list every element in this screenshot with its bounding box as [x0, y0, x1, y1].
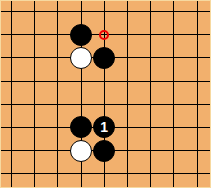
board-point[interactable]	[185, 69, 208, 92]
board-point[interactable]	[162, 23, 185, 46]
black-stone	[93, 47, 115, 69]
move-number-label: 1	[100, 120, 108, 135]
board-point[interactable]	[139, 0, 162, 23]
board-point[interactable]	[162, 0, 185, 23]
board-point[interactable]	[185, 116, 208, 139]
board-point[interactable]	[116, 46, 139, 69]
board-point[interactable]	[139, 116, 162, 139]
board-point[interactable]	[162, 69, 185, 92]
white-stone	[70, 140, 92, 162]
board-point[interactable]	[93, 69, 116, 92]
board-point[interactable]	[93, 23, 116, 46]
board-point[interactable]	[69, 23, 92, 46]
board-point[interactable]	[116, 0, 139, 23]
board-point[interactable]	[162, 93, 185, 116]
board-point[interactable]	[185, 46, 208, 69]
board-point[interactable]	[0, 23, 23, 46]
board-point[interactable]	[46, 116, 69, 139]
board-point[interactable]	[23, 23, 46, 46]
board-point[interactable]	[0, 46, 23, 69]
board-point[interactable]	[93, 139, 116, 162]
red-circle-marker-icon	[99, 30, 109, 40]
board-point[interactable]	[23, 46, 46, 69]
board-point[interactable]	[0, 93, 23, 116]
board-point[interactable]	[139, 162, 162, 185]
board-point[interactable]	[116, 23, 139, 46]
black-stone	[70, 116, 92, 138]
board-point[interactable]	[23, 69, 46, 92]
board-point[interactable]	[46, 93, 69, 116]
board-point[interactable]	[0, 139, 23, 162]
board-point[interactable]	[23, 139, 46, 162]
board-point[interactable]	[46, 23, 69, 46]
board-point[interactable]	[23, 116, 46, 139]
board-point[interactable]	[46, 0, 69, 23]
go-board-diagram: 1	[0, 0, 211, 188]
board-point[interactable]	[46, 139, 69, 162]
board-point[interactable]: 1	[93, 116, 116, 139]
board-point[interactable]	[0, 162, 23, 185]
board-point[interactable]	[69, 69, 92, 92]
board-point[interactable]	[46, 46, 69, 69]
board-point[interactable]	[23, 93, 46, 116]
board-point[interactable]	[46, 69, 69, 92]
black-stone	[93, 140, 115, 162]
black-stone	[70, 24, 92, 46]
board-point[interactable]	[185, 23, 208, 46]
board-point[interactable]	[116, 139, 139, 162]
board-point[interactable]	[139, 23, 162, 46]
board-point[interactable]	[0, 69, 23, 92]
board-point[interactable]	[69, 0, 92, 23]
board-point[interactable]	[23, 0, 46, 23]
board-point[interactable]	[69, 162, 92, 185]
board-point[interactable]	[139, 46, 162, 69]
board-point[interactable]	[162, 139, 185, 162]
board-point[interactable]	[162, 162, 185, 185]
board-point[interactable]	[116, 93, 139, 116]
board-point[interactable]	[69, 46, 92, 69]
board-point[interactable]	[185, 139, 208, 162]
board-point[interactable]	[139, 93, 162, 116]
board-point[interactable]	[69, 116, 92, 139]
board-point[interactable]	[69, 139, 92, 162]
board-point[interactable]	[93, 46, 116, 69]
black-stone: 1	[93, 116, 115, 138]
board-point[interactable]	[116, 116, 139, 139]
board-point[interactable]	[0, 116, 23, 139]
board-point[interactable]	[23, 162, 46, 185]
board-point[interactable]	[162, 46, 185, 69]
board-point[interactable]	[185, 93, 208, 116]
board-point[interactable]	[93, 0, 116, 23]
board-point[interactable]	[116, 162, 139, 185]
board-point[interactable]	[69, 93, 92, 116]
board-point[interactable]	[139, 69, 162, 92]
board-point[interactable]	[139, 139, 162, 162]
board-point[interactable]	[185, 0, 208, 23]
board-point[interactable]	[116, 69, 139, 92]
board-point[interactable]	[93, 162, 116, 185]
white-stone	[70, 47, 92, 69]
board-point[interactable]	[185, 162, 208, 185]
board-point[interactable]	[0, 0, 23, 23]
board-point[interactable]	[162, 116, 185, 139]
board-point[interactable]	[46, 162, 69, 185]
board-point[interactable]	[93, 93, 116, 116]
board-grid: 1	[0, 0, 209, 186]
